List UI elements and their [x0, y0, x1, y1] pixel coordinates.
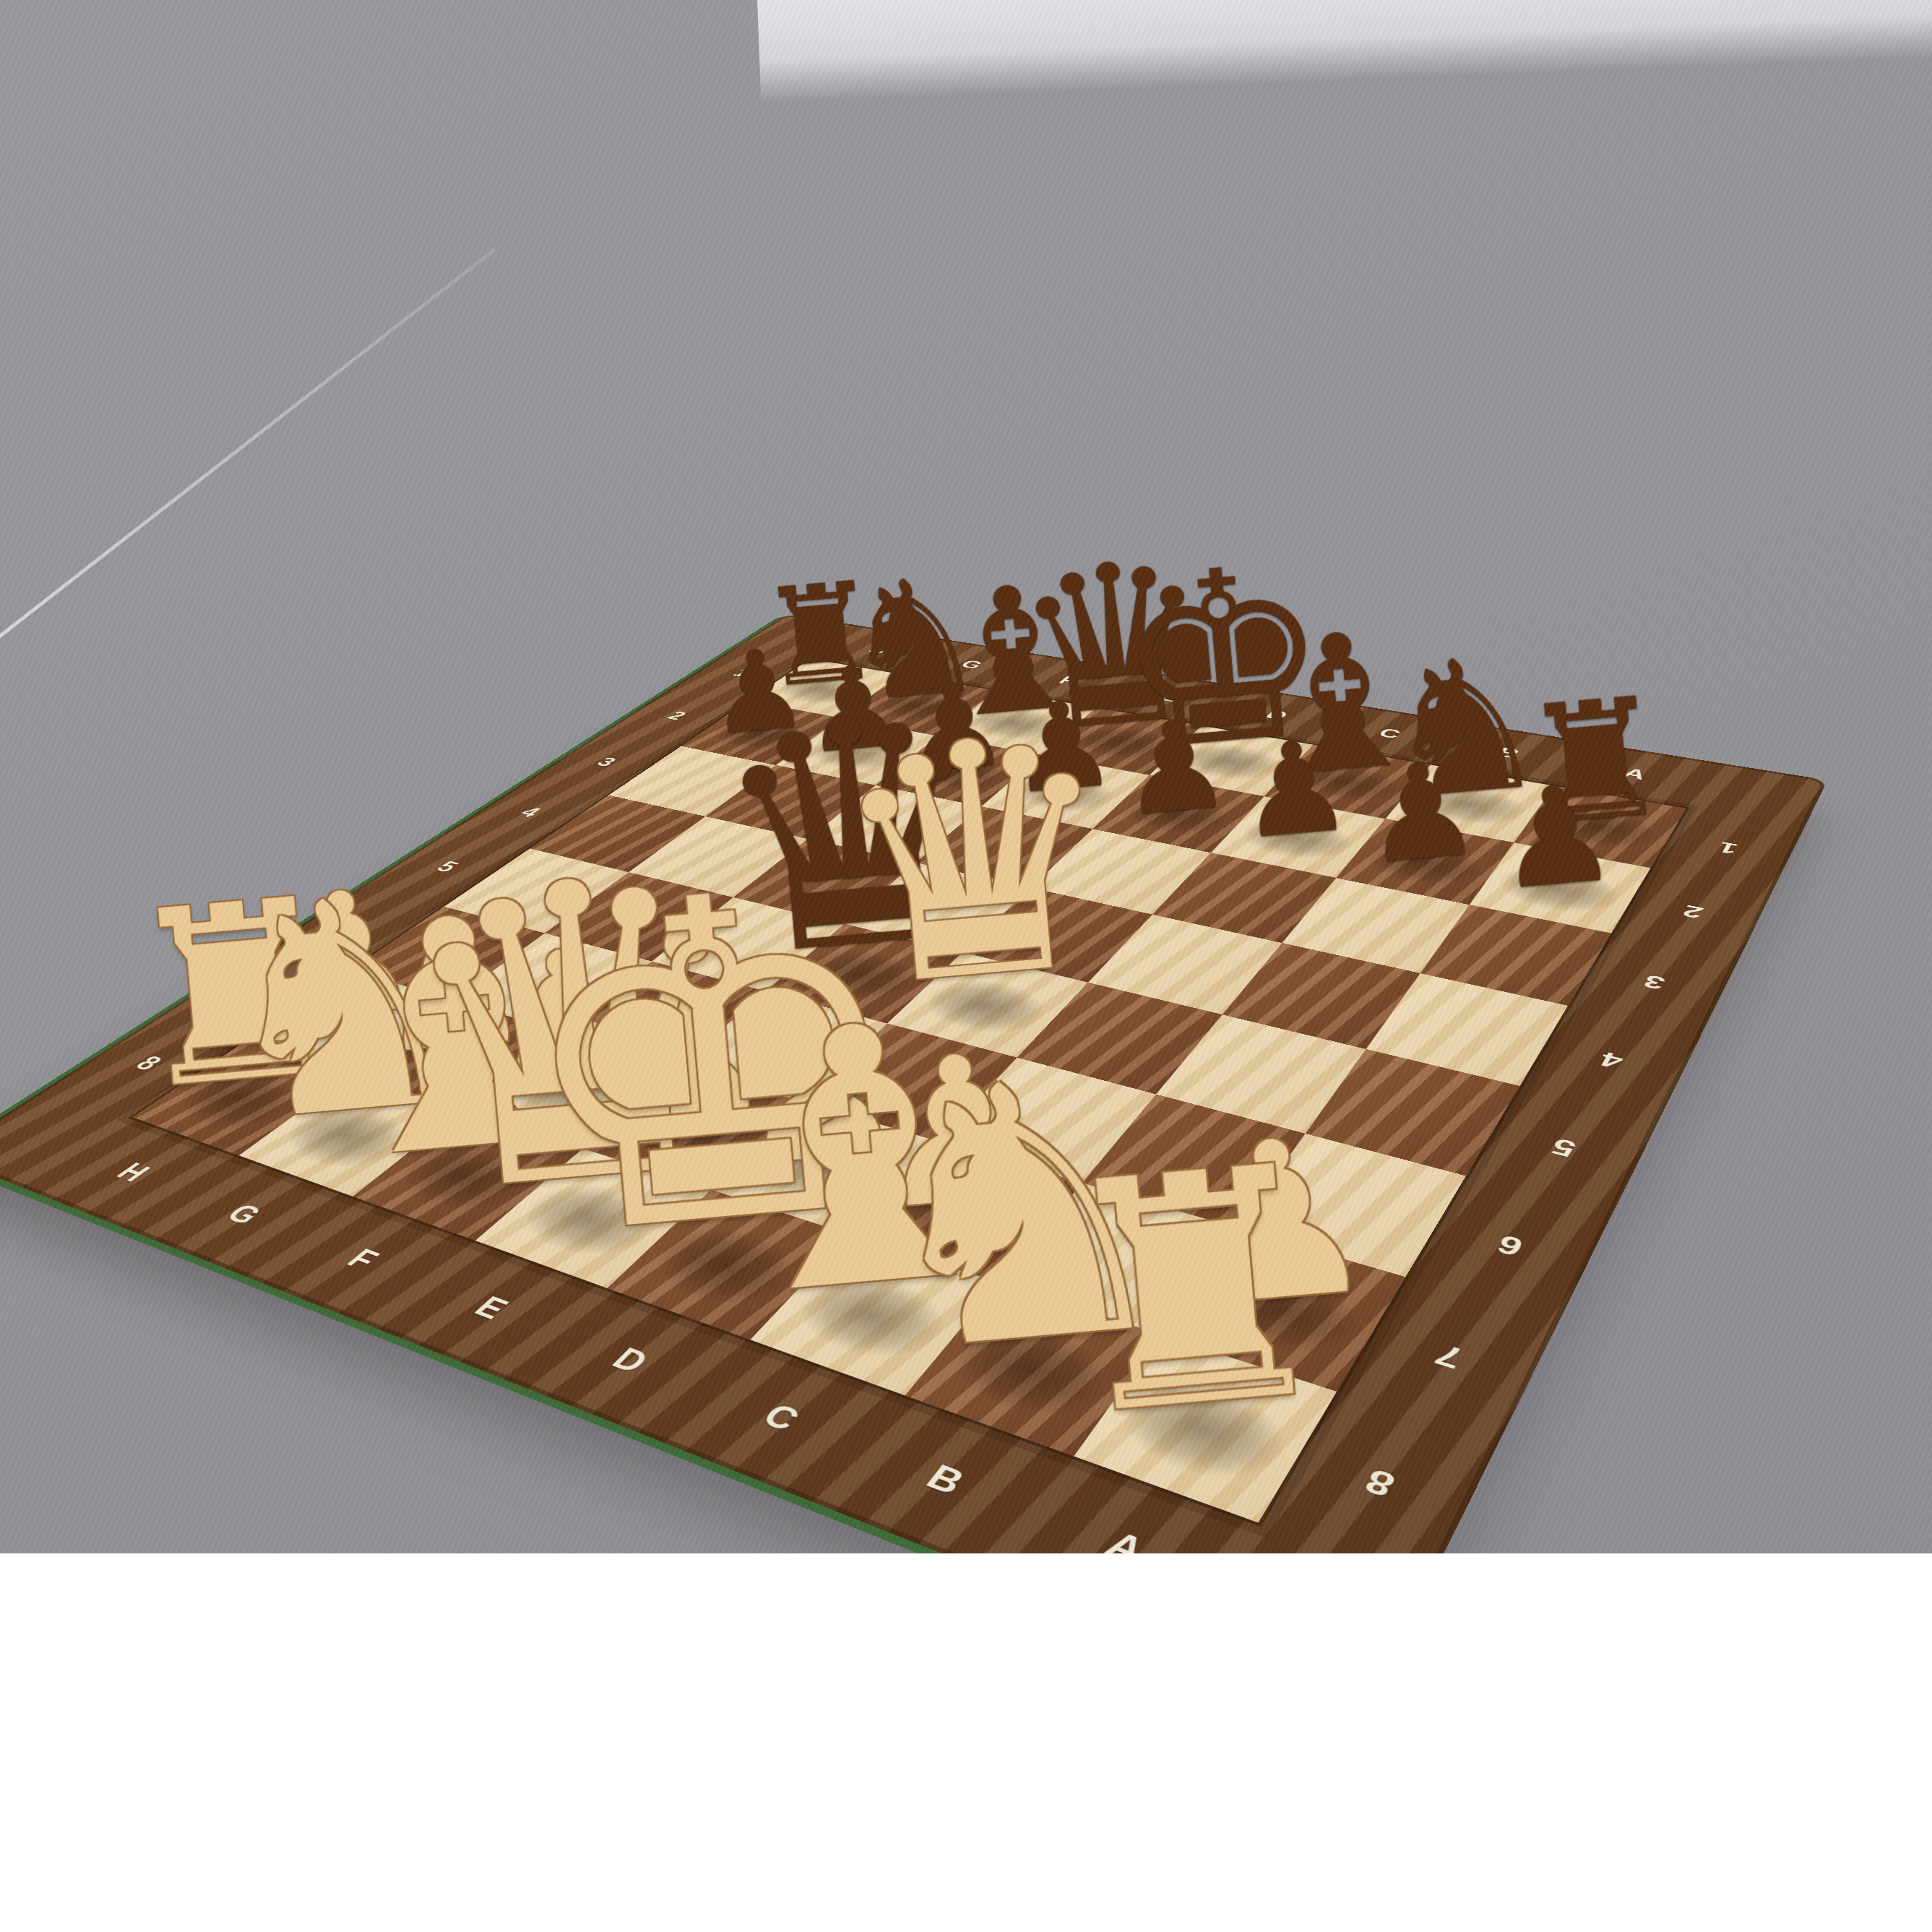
bottom-white-band — [0, 1553, 1932, 1932]
carpet-seam-line — [0, 248, 496, 651]
coord-file-near-g: G — [218, 1199, 269, 1230]
light-rook-glyph: ♜ — [1040, 1122, 1350, 1462]
coord-file-near-b: B — [918, 1458, 973, 1502]
coord-rank-right-2: 2 — [1679, 902, 1707, 923]
coord-rank-right-6: 6 — [1492, 1229, 1529, 1262]
carpet-background: ♜♞♝♛♚♝♞♜♟♟♟♟♟♟♟♟♛♛♟♟♟♟♟♟♟♜♞♝♛♚♝♞♜ HGFEDC… — [0, 0, 1932, 1582]
coord-file-near-f: F — [339, 1243, 387, 1275]
coord-file-near-e: E — [466, 1290, 516, 1325]
coord-rank-right-4: 4 — [1596, 1048, 1628, 1073]
carpet-light-band — [757, 0, 1932, 103]
coord-file-near-c: C — [754, 1397, 808, 1439]
coord-rank-right-1: 1 — [1715, 839, 1741, 858]
coord-rank-right-5: 5 — [1547, 1133, 1581, 1162]
chess-board: ♜♞♝♛♚♝♞♜♟♟♟♟♟♟♟♟♛♛♟♟♟♟♟♟♟♜♞♝♛♚♝♞♜ HGFEDC… — [0, 614, 1828, 1582]
coord-rank-left-3: 3 — [592, 755, 622, 769]
coord-file-near-d: D — [604, 1342, 657, 1379]
coord-file-near-h: H — [108, 1158, 158, 1187]
coord-rank-right-7: 7 — [1429, 1337, 1469, 1375]
board-playing-area: ♜♞♝♛♚♝♞♜♟♟♟♟♟♟♟♟♛♛♟♟♟♟♟♟♟♜♞♝♛♚♝♞♜ — [133, 659, 1686, 1523]
coord-rank-right-8: 8 — [1358, 1462, 1402, 1504]
coord-rank-right-3: 3 — [1639, 970, 1669, 993]
square-a8[interactable]: ♜ — [1074, 1335, 1337, 1523]
coord-rank-left-2: 2 — [663, 709, 691, 723]
